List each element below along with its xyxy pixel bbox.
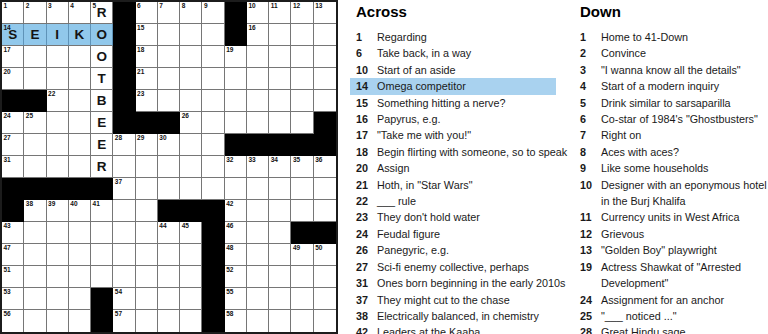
grid-cell[interactable]: 45 bbox=[180, 222, 202, 244]
grid-cell[interactable]: 37 bbox=[113, 178, 135, 200]
grid-cell[interactable] bbox=[158, 244, 180, 266]
grid-cell[interactable]: 53 bbox=[2, 288, 24, 310]
grid-cell[interactable]: 11 bbox=[269, 2, 291, 24]
cell-letter: T bbox=[98, 72, 106, 89]
grid-cell[interactable]: 15 bbox=[136, 24, 158, 46]
grid-cell[interactable] bbox=[24, 156, 46, 178]
cell-number: 38 bbox=[26, 200, 33, 208]
down-clue-24[interactable]: 24Assignment for an anchor bbox=[574, 292, 768, 308]
down-clue-13[interactable]: 13"Golden Boy" playwright bbox=[574, 242, 768, 258]
clue-number: 37 bbox=[356, 292, 377, 308]
grid-cell[interactable]: 49 bbox=[291, 244, 313, 266]
cell-number: 43 bbox=[4, 222, 11, 230]
grid-cell[interactable] bbox=[269, 288, 291, 310]
cell-letter: R bbox=[97, 6, 107, 23]
cell-number: 58 bbox=[226, 310, 233, 318]
down-clue-19[interactable]: 19Actress Shawkat of "Arrested Developme… bbox=[574, 259, 768, 292]
grid-cell[interactable] bbox=[24, 222, 46, 244]
grid-cell[interactable] bbox=[314, 178, 336, 200]
grid-cell[interactable] bbox=[291, 200, 313, 222]
grid-cell[interactable] bbox=[269, 200, 291, 222]
across-clue-18[interactable]: 18Begin flirting with someone, so to spe… bbox=[350, 144, 556, 160]
grid-cell[interactable] bbox=[47, 156, 69, 178]
grid-cell[interactable]: 55 bbox=[225, 288, 247, 310]
cell-number: 20 bbox=[4, 68, 11, 76]
clue-text: Assignment for an anchor bbox=[601, 292, 724, 308]
across-clues-panel: Across 1Regarding6Take back, in a way10S… bbox=[350, 3, 556, 334]
across-clue-23[interactable]: 23They don't hold water bbox=[350, 209, 556, 225]
grid-cell[interactable] bbox=[202, 68, 224, 90]
grid-cell[interactable]: 21 bbox=[136, 68, 158, 90]
grid-cell[interactable] bbox=[69, 46, 91, 68]
grid-cell[interactable] bbox=[47, 46, 69, 68]
down-clue-3[interactable]: 3"I wanna know all the details" bbox=[574, 62, 768, 78]
grid-cell[interactable] bbox=[291, 46, 313, 68]
clue-number: 4 bbox=[580, 78, 601, 94]
grid-cell[interactable] bbox=[113, 222, 135, 244]
grid-cell[interactable] bbox=[247, 68, 269, 90]
across-clue-37[interactable]: 37They might cut to the chase bbox=[350, 292, 556, 308]
grid-cell[interactable] bbox=[69, 244, 91, 266]
grid-cell[interactable]: 24 bbox=[2, 112, 24, 134]
grid-cell[interactable] bbox=[180, 310, 202, 332]
grid-cell[interactable] bbox=[247, 222, 269, 244]
down-clue-25[interactable]: 25"___ noticed ..." bbox=[574, 308, 768, 324]
grid-cell[interactable] bbox=[180, 156, 202, 178]
grid-cell[interactable] bbox=[291, 24, 313, 46]
grid-cell[interactable] bbox=[291, 112, 313, 134]
grid-cell[interactable]: T bbox=[91, 68, 113, 90]
grid-cell[interactable]: E bbox=[91, 112, 113, 134]
grid-cell[interactable]: 50 bbox=[314, 244, 336, 266]
black-cell bbox=[225, 2, 247, 24]
clue-text: Great Hindu sage bbox=[601, 324, 686, 334]
grid-cell[interactable]: E bbox=[91, 134, 113, 156]
across-clue-38[interactable]: 38Electrically balanced, in chemistry bbox=[350, 308, 556, 324]
grid-cell[interactable]: 25 bbox=[24, 112, 46, 134]
cell-number: 16 bbox=[248, 24, 255, 32]
cell-number: 18 bbox=[137, 46, 144, 54]
black-cell bbox=[113, 90, 135, 112]
grid-cell[interactable] bbox=[225, 68, 247, 90]
across-clue-15[interactable]: 15Something hitting a nerve? bbox=[350, 95, 556, 111]
clue-number: 24 bbox=[356, 226, 377, 242]
grid-cell[interactable]: 10 bbox=[247, 2, 269, 24]
grid-cell[interactable] bbox=[69, 310, 91, 332]
across-clue-1[interactable]: 1Regarding bbox=[350, 29, 556, 45]
grid-cell[interactable] bbox=[47, 310, 69, 332]
clue-number: 1 bbox=[356, 29, 377, 45]
grid-cell[interactable] bbox=[158, 90, 180, 112]
grid-cell[interactable] bbox=[180, 24, 202, 46]
grid-cell[interactable]: 1 bbox=[2, 2, 24, 24]
grid-cell[interactable] bbox=[69, 222, 91, 244]
grid-cell[interactable] bbox=[158, 310, 180, 332]
clue-text: Begin flirting with someone, so to speak bbox=[377, 144, 567, 160]
grid-cell[interactable]: 22 bbox=[47, 90, 69, 112]
grid-cell[interactable] bbox=[158, 68, 180, 90]
black-cell bbox=[225, 134, 247, 156]
black-cell bbox=[202, 288, 224, 310]
cell-number: 55 bbox=[226, 288, 233, 296]
clue-text: Grievous bbox=[601, 226, 644, 242]
grid-cell[interactable]: 18 bbox=[136, 46, 158, 68]
grid-cell[interactable] bbox=[69, 68, 91, 90]
grid-cell[interactable] bbox=[269, 244, 291, 266]
grid-cell[interactable]: 39 bbox=[47, 200, 69, 222]
grid-cell[interactable]: 29 bbox=[136, 134, 158, 156]
grid-cell[interactable]: E bbox=[24, 24, 46, 46]
down-clue-11[interactable]: 11Currency units in West Africa bbox=[574, 209, 768, 225]
grid-cell[interactable] bbox=[180, 68, 202, 90]
clue-number: 1 bbox=[580, 29, 601, 45]
grid-cell[interactable] bbox=[69, 288, 91, 310]
grid-cell[interactable] bbox=[314, 200, 336, 222]
grid-cell[interactable] bbox=[247, 200, 269, 222]
grid-cell[interactable]: 20 bbox=[2, 68, 24, 90]
grid-cell[interactable]: 57 bbox=[113, 310, 135, 332]
down-clue-6[interactable]: 6Co-star of 1984's "Ghostbusters" bbox=[574, 111, 768, 127]
grid-cell[interactable] bbox=[225, 112, 247, 134]
black-cell bbox=[291, 222, 313, 244]
grid-cell[interactable] bbox=[180, 46, 202, 68]
grid-cell[interactable]: O bbox=[91, 46, 113, 68]
grid-cell[interactable]: 35 bbox=[291, 156, 313, 178]
grid-cell[interactable]: 17 bbox=[2, 46, 24, 68]
grid-cell[interactable]: 5R bbox=[91, 2, 113, 24]
grid-cell[interactable]: 23 bbox=[136, 90, 158, 112]
down-clue-2[interactable]: 2Convince bbox=[574, 45, 768, 61]
cell-number: 4 bbox=[70, 2, 74, 10]
grid-cell[interactable] bbox=[314, 46, 336, 68]
grid-cell[interactable] bbox=[269, 112, 291, 134]
grid-cell[interactable] bbox=[269, 266, 291, 288]
grid-cell[interactable] bbox=[269, 178, 291, 200]
down-clues-panel: Down 1Home to 41-Down2Convince3"I wanna … bbox=[574, 3, 768, 334]
grid-cell[interactable]: O bbox=[91, 24, 113, 46]
grid-cell[interactable] bbox=[113, 156, 135, 178]
grid-cell[interactable] bbox=[269, 46, 291, 68]
grid-cell[interactable] bbox=[136, 310, 158, 332]
clue-number: 2 bbox=[580, 45, 601, 61]
across-clue-22[interactable]: 22___ rule bbox=[350, 193, 556, 209]
grid-cell[interactable] bbox=[180, 90, 202, 112]
grid-cell[interactable]: 30 bbox=[158, 134, 180, 156]
clue-text: Regarding bbox=[377, 29, 427, 45]
clue-text: They might cut to the chase bbox=[377, 292, 510, 308]
cell-letter: E bbox=[97, 138, 106, 155]
grid-cell[interactable]: 3 bbox=[47, 2, 69, 24]
grid-cell[interactable]: 40 bbox=[69, 200, 91, 222]
grid-cell[interactable]: 2 bbox=[24, 2, 46, 24]
down-clue-8[interactable]: 8Aces with aces? bbox=[574, 144, 768, 160]
grid-cell[interactable] bbox=[314, 266, 336, 288]
grid-cell[interactable]: 8 bbox=[180, 2, 202, 24]
grid-cell[interactable]: 6 bbox=[136, 2, 158, 24]
grid-cell[interactable] bbox=[113, 244, 135, 266]
across-clue-26[interactable]: 26Panegyric, e.g. bbox=[350, 242, 556, 258]
grid-cell[interactable] bbox=[225, 90, 247, 112]
grid-cell[interactable] bbox=[69, 134, 91, 156]
black-cell bbox=[202, 200, 224, 222]
grid-cell[interactable] bbox=[47, 112, 69, 134]
grid-cell[interactable] bbox=[202, 90, 224, 112]
clue-text: Start of a modern inquiry bbox=[601, 78, 719, 94]
grid-cell[interactable] bbox=[269, 310, 291, 332]
clue-text: "Golden Boy" playwright bbox=[601, 242, 717, 258]
down-clue-1[interactable]: 1Home to 41-Down bbox=[574, 29, 768, 45]
grid-cell[interactable] bbox=[47, 266, 69, 288]
black-cell bbox=[269, 134, 291, 156]
grid-cell[interactable]: 47 bbox=[2, 244, 24, 266]
grid-cell[interactable] bbox=[247, 310, 269, 332]
clue-text: Hoth, in "Star Wars" bbox=[377, 177, 472, 193]
cell-number: 52 bbox=[226, 266, 233, 274]
grid-cell[interactable] bbox=[269, 68, 291, 90]
grid-cell[interactable]: 44 bbox=[158, 222, 180, 244]
clue-text: Drink similar to sarsaparilla bbox=[601, 95, 731, 111]
across-clue-21[interactable]: 21Hoth, in "Star Wars" bbox=[350, 177, 556, 193]
grid-cell[interactable] bbox=[91, 244, 113, 266]
grid-cell[interactable] bbox=[136, 244, 158, 266]
clue-number: 7 bbox=[580, 127, 601, 143]
grid-cell[interactable] bbox=[47, 244, 69, 266]
clue-number: 10 bbox=[356, 62, 377, 78]
grid-cell[interactable]: 28 bbox=[113, 134, 135, 156]
grid-cell[interactable]: 41 bbox=[91, 200, 113, 222]
grid-cell[interactable]: 4 bbox=[69, 2, 91, 24]
across-clue-31[interactable]: 31Ones born beginning in the early 2010s bbox=[350, 275, 556, 291]
grid-cell[interactable]: 34 bbox=[269, 156, 291, 178]
grid-cell[interactable] bbox=[24, 266, 46, 288]
cell-number: 48 bbox=[226, 244, 233, 252]
grid-cell[interactable] bbox=[269, 222, 291, 244]
grid-cell[interactable] bbox=[202, 24, 224, 46]
grid-cell[interactable] bbox=[113, 266, 135, 288]
grid-cell[interactable] bbox=[47, 68, 69, 90]
grid-cell[interactable]: 9 bbox=[202, 2, 224, 24]
grid-cell[interactable] bbox=[69, 266, 91, 288]
grid-cell[interactable] bbox=[291, 288, 313, 310]
grid-cell[interactable] bbox=[47, 288, 69, 310]
grid-cell[interactable] bbox=[291, 68, 313, 90]
grid-cell[interactable] bbox=[202, 112, 224, 134]
grid-cell[interactable] bbox=[69, 156, 91, 178]
grid-cell[interactable] bbox=[180, 134, 202, 156]
grid-cell[interactable] bbox=[180, 178, 202, 200]
black-cell bbox=[314, 222, 336, 244]
grid-cell[interactable] bbox=[91, 266, 113, 288]
grid-cell[interactable] bbox=[314, 310, 336, 332]
grid-cell[interactable]: 12 bbox=[291, 2, 313, 24]
down-clue-28[interactable]: 28Great Hindu sage bbox=[574, 324, 768, 334]
grid-cell[interactable] bbox=[24, 244, 46, 266]
clue-number: 5 bbox=[580, 95, 601, 111]
cell-number: 2 bbox=[26, 2, 30, 10]
crossword-grid[interactable]: 12345R67891011121314SEIKO151617O181920T2… bbox=[0, 0, 338, 334]
grid-cell[interactable] bbox=[136, 222, 158, 244]
grid-cell[interactable] bbox=[247, 266, 269, 288]
grid-cell[interactable] bbox=[247, 46, 269, 68]
grid-cell[interactable] bbox=[47, 134, 69, 156]
cell-number: 19 bbox=[226, 46, 233, 54]
grid-cell[interactable] bbox=[247, 178, 269, 200]
grid-cell[interactable] bbox=[24, 310, 46, 332]
grid-cell[interactable] bbox=[180, 266, 202, 288]
down-clue-12[interactable]: 12Grievous bbox=[574, 226, 768, 242]
grid-cell[interactable]: 48 bbox=[225, 244, 247, 266]
grid-cell[interactable] bbox=[247, 90, 269, 112]
black-cell bbox=[291, 134, 313, 156]
clue-number: 42 bbox=[356, 324, 377, 334]
grid-cell[interactable]: B bbox=[91, 90, 113, 112]
grid-cell[interactable] bbox=[158, 46, 180, 68]
grid-cell[interactable] bbox=[269, 90, 291, 112]
clue-number: 28 bbox=[580, 324, 601, 334]
grid-cell[interactable] bbox=[136, 266, 158, 288]
grid-cell[interactable]: 54 bbox=[113, 288, 135, 310]
grid-cell[interactable]: 38 bbox=[24, 200, 46, 222]
grid-cell[interactable] bbox=[24, 134, 46, 156]
grid-cell[interactable]: 14S bbox=[2, 24, 24, 46]
clue-number: 38 bbox=[356, 308, 377, 324]
cell-number: 45 bbox=[182, 222, 189, 230]
grid-cell[interactable] bbox=[314, 24, 336, 46]
grid-cell[interactable] bbox=[158, 288, 180, 310]
cell-number: 39 bbox=[48, 200, 55, 208]
across-clue-42[interactable]: 42Leaders at the Kaaba bbox=[350, 324, 556, 334]
grid-cell[interactable] bbox=[69, 90, 91, 112]
grid-cell[interactable] bbox=[269, 24, 291, 46]
across-clue-20[interactable]: 20Assign bbox=[350, 160, 556, 176]
grid-cell[interactable] bbox=[24, 288, 46, 310]
grid-cell[interactable]: 36 bbox=[314, 156, 336, 178]
grid-cell[interactable] bbox=[158, 178, 180, 200]
grid-cell[interactable] bbox=[24, 68, 46, 90]
grid-cell[interactable]: 31 bbox=[2, 156, 24, 178]
down-clue-4[interactable]: 4Start of a modern inquiry bbox=[574, 78, 768, 94]
down-clue-7[interactable]: 7Right on bbox=[574, 127, 768, 143]
down-clue-5[interactable]: 5Drink similar to sarsaparilla bbox=[574, 95, 768, 111]
black-cell bbox=[202, 222, 224, 244]
grid-cell[interactable] bbox=[180, 244, 202, 266]
grid-cell[interactable]: 26 bbox=[180, 112, 202, 134]
grid-cell[interactable] bbox=[158, 266, 180, 288]
grid-cell[interactable] bbox=[158, 156, 180, 178]
grid-cell[interactable]: 52 bbox=[225, 266, 247, 288]
cell-number: 41 bbox=[93, 200, 100, 208]
grid-cell[interactable]: 46 bbox=[225, 222, 247, 244]
grid-cell[interactable] bbox=[291, 266, 313, 288]
grid-cell[interactable] bbox=[225, 178, 247, 200]
clue-number: 10 bbox=[580, 177, 601, 193]
grid-cell[interactable] bbox=[136, 288, 158, 310]
grid-cell[interactable] bbox=[47, 222, 69, 244]
grid-cell[interactable]: 42 bbox=[225, 200, 247, 222]
cell-number: 28 bbox=[115, 134, 122, 142]
across-clue-17[interactable]: 17"Take me with you!" bbox=[350, 127, 556, 143]
clue-number: 19 bbox=[580, 259, 601, 275]
grid-cell[interactable] bbox=[247, 244, 269, 266]
grid-cell[interactable] bbox=[291, 90, 313, 112]
grid-cell[interactable] bbox=[113, 200, 135, 222]
grid-cell[interactable]: 51 bbox=[2, 266, 24, 288]
down-clue-list: 1Home to 41-Down2Convince3"I wanna know … bbox=[574, 29, 768, 334]
grid-cell[interactable] bbox=[158, 24, 180, 46]
grid-cell[interactable] bbox=[247, 112, 269, 134]
clue-text: Ones born beginning in the early 2010s bbox=[377, 275, 565, 291]
grid-cell[interactable]: K bbox=[69, 24, 91, 46]
grid-cell[interactable] bbox=[136, 178, 158, 200]
black-cell bbox=[314, 134, 336, 156]
grid-cell[interactable]: I bbox=[47, 24, 69, 46]
grid-cell[interactable] bbox=[314, 90, 336, 112]
grid-cell[interactable]: 32 bbox=[225, 156, 247, 178]
grid-cell[interactable] bbox=[136, 156, 158, 178]
grid-cell[interactable] bbox=[136, 200, 158, 222]
clue-text: Aces with aces? bbox=[601, 144, 679, 160]
down-clue-10[interactable]: 10Designer with an eponymous hotel in th… bbox=[574, 177, 768, 210]
grid-cell[interactable] bbox=[24, 46, 46, 68]
grid-cell[interactable] bbox=[69, 112, 91, 134]
clue-text: Currency units in West Africa bbox=[601, 209, 739, 225]
grid-cell[interactable] bbox=[314, 288, 336, 310]
clue-text: They don't hold water bbox=[377, 209, 480, 225]
black-cell bbox=[225, 24, 247, 46]
black-cell bbox=[113, 112, 135, 134]
grid-cell[interactable]: 56 bbox=[2, 310, 24, 332]
grid-cell[interactable]: 13 bbox=[314, 2, 336, 24]
across-clue-16[interactable]: 16Papyrus, e.g. bbox=[350, 111, 556, 127]
across-clue-6[interactable]: 6Take back, in a way bbox=[350, 45, 556, 61]
clue-text: Feudal figure bbox=[377, 226, 440, 242]
across-clue-24[interactable]: 24Feudal figure bbox=[350, 226, 556, 242]
black-cell bbox=[91, 288, 113, 310]
grid-cell[interactable] bbox=[202, 156, 224, 178]
grid-cell[interactable] bbox=[202, 178, 224, 200]
grid-cell[interactable] bbox=[91, 222, 113, 244]
grid-cell[interactable]: 33 bbox=[247, 156, 269, 178]
grid-cell[interactable]: 16 bbox=[247, 24, 269, 46]
clue-number: 6 bbox=[580, 111, 601, 127]
grid-cell[interactable]: 58 bbox=[225, 310, 247, 332]
grid-cell[interactable] bbox=[202, 46, 224, 68]
across-clue-14[interactable]: 14Omega competitor bbox=[350, 78, 556, 94]
down-clue-9[interactable]: 9Like some households bbox=[574, 160, 768, 176]
black-cell bbox=[47, 178, 69, 200]
black-cell bbox=[314, 112, 336, 134]
grid-cell[interactable]: 7 bbox=[158, 2, 180, 24]
grid-cell[interactable] bbox=[314, 68, 336, 90]
black-cell bbox=[91, 178, 113, 200]
black-cell bbox=[113, 2, 135, 24]
across-clue-27[interactable]: 27Sci-fi enemy collective, perhaps bbox=[350, 259, 556, 275]
grid-cell[interactable] bbox=[180, 288, 202, 310]
grid-cell[interactable]: 27 bbox=[2, 134, 24, 156]
clue-text: Like some households bbox=[601, 160, 708, 176]
grid-cell[interactable]: R bbox=[91, 156, 113, 178]
grid-cell[interactable] bbox=[291, 178, 313, 200]
clue-number: 15 bbox=[356, 95, 377, 111]
grid-cell[interactable]: 19 bbox=[225, 46, 247, 68]
across-clue-10[interactable]: 10Start of an aside bbox=[350, 62, 556, 78]
clue-text: Assign bbox=[377, 160, 409, 176]
grid-cell[interactable] bbox=[247, 288, 269, 310]
grid-cell[interactable]: 43 bbox=[2, 222, 24, 244]
grid-cell[interactable] bbox=[202, 134, 224, 156]
clue-number: 6 bbox=[356, 45, 377, 61]
grid-cell[interactable] bbox=[291, 310, 313, 332]
